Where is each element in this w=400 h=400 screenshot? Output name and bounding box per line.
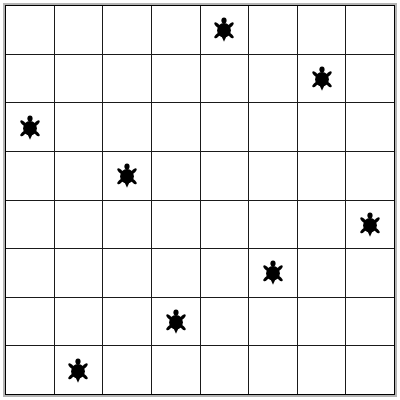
cell-r1c3[interactable] bbox=[103, 6, 151, 54]
turtle-icon bbox=[67, 358, 89, 383]
cell-r3c1[interactable] bbox=[6, 103, 54, 151]
cell-r4c1[interactable] bbox=[6, 152, 54, 200]
cell-r3c7[interactable] bbox=[298, 103, 346, 151]
cell-r6c2[interactable] bbox=[55, 249, 103, 297]
cell-r8c6[interactable] bbox=[249, 346, 297, 394]
cell-r6c3[interactable] bbox=[103, 249, 151, 297]
cell-r5c5[interactable] bbox=[201, 201, 249, 249]
cell-r1c8[interactable] bbox=[346, 6, 394, 54]
cell-r2c7[interactable] bbox=[298, 55, 346, 103]
cell-r1c7[interactable] bbox=[298, 6, 346, 54]
cell-r6c4[interactable] bbox=[152, 249, 200, 297]
cell-r6c1[interactable] bbox=[6, 249, 54, 297]
cell-r7c5[interactable] bbox=[201, 298, 249, 346]
cell-r6c7[interactable] bbox=[298, 249, 346, 297]
turtle-icon bbox=[19, 115, 41, 140]
cell-r4c2[interactable] bbox=[55, 152, 103, 200]
cell-r8c8[interactable] bbox=[346, 346, 394, 394]
cell-r5c7[interactable] bbox=[298, 201, 346, 249]
cell-r5c3[interactable] bbox=[103, 201, 151, 249]
cell-r2c2[interactable] bbox=[55, 55, 103, 103]
cell-r7c2[interactable] bbox=[55, 298, 103, 346]
cell-r3c6[interactable] bbox=[249, 103, 297, 151]
cell-r7c6[interactable] bbox=[249, 298, 297, 346]
cell-r2c5[interactable] bbox=[201, 55, 249, 103]
turtle-icon bbox=[116, 163, 138, 188]
cell-r8c1[interactable] bbox=[6, 346, 54, 394]
cell-r1c1[interactable] bbox=[6, 6, 54, 54]
cell-r3c2[interactable] bbox=[55, 103, 103, 151]
cell-r2c4[interactable] bbox=[152, 55, 200, 103]
cell-r8c2[interactable] bbox=[55, 346, 103, 394]
turtle-icon bbox=[165, 309, 187, 334]
cell-r5c8[interactable] bbox=[346, 201, 394, 249]
cell-r6c8[interactable] bbox=[346, 249, 394, 297]
cell-r8c4[interactable] bbox=[152, 346, 200, 394]
cell-r5c1[interactable] bbox=[6, 201, 54, 249]
cell-r1c6[interactable] bbox=[249, 6, 297, 54]
cell-r4c7[interactable] bbox=[298, 152, 346, 200]
turtle-icon bbox=[311, 66, 333, 91]
cell-r5c2[interactable] bbox=[55, 201, 103, 249]
cell-r7c4[interactable] bbox=[152, 298, 200, 346]
cell-r6c5[interactable] bbox=[201, 249, 249, 297]
cell-r8c5[interactable] bbox=[201, 346, 249, 394]
cell-r1c4[interactable] bbox=[152, 6, 200, 54]
cell-r1c2[interactable] bbox=[55, 6, 103, 54]
cell-r4c8[interactable] bbox=[346, 152, 394, 200]
cell-r3c4[interactable] bbox=[152, 103, 200, 151]
turtle-icon bbox=[359, 212, 381, 237]
cell-r4c5[interactable] bbox=[201, 152, 249, 200]
turtle-icon bbox=[213, 17, 235, 42]
cell-r3c3[interactable] bbox=[103, 103, 151, 151]
puzzle-board bbox=[5, 5, 395, 395]
cell-r3c5[interactable] bbox=[201, 103, 249, 151]
cell-r7c7[interactable] bbox=[298, 298, 346, 346]
cell-r6c6[interactable] bbox=[249, 249, 297, 297]
cell-r7c8[interactable] bbox=[346, 298, 394, 346]
cell-r8c7[interactable] bbox=[298, 346, 346, 394]
cell-r3c8[interactable] bbox=[346, 103, 394, 151]
cell-r2c1[interactable] bbox=[6, 55, 54, 103]
cell-r5c6[interactable] bbox=[249, 201, 297, 249]
cell-r4c6[interactable] bbox=[249, 152, 297, 200]
cell-r2c8[interactable] bbox=[346, 55, 394, 103]
cell-r1c5[interactable] bbox=[201, 6, 249, 54]
cell-r5c4[interactable] bbox=[152, 201, 200, 249]
cell-r7c3[interactable] bbox=[103, 298, 151, 346]
cell-r4c4[interactable] bbox=[152, 152, 200, 200]
turtle-icon bbox=[262, 260, 284, 285]
cell-r4c3[interactable] bbox=[103, 152, 151, 200]
cell-r8c3[interactable] bbox=[103, 346, 151, 394]
cell-r2c3[interactable] bbox=[103, 55, 151, 103]
cell-r2c6[interactable] bbox=[249, 55, 297, 103]
cell-r7c1[interactable] bbox=[6, 298, 54, 346]
